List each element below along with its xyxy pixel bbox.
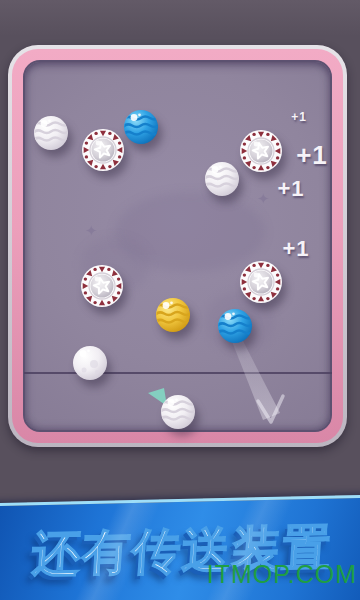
board-frame-pink: ✦ ✦: [12, 49, 343, 443]
game-screen: ✦ ✦: [0, 0, 360, 600]
felt-star-decoration: ✦: [257, 190, 270, 208]
board-playfield[interactable]: ✦ ✦: [23, 60, 332, 432]
felt-splash-decoration: [205, 292, 275, 352]
board-frame-outer: ✦ ✦: [8, 45, 347, 447]
felt-splash-decoration: [80, 237, 150, 292]
watermark-text: ITMOP.COM: [207, 560, 357, 589]
felt-star-decoration: ✦: [85, 222, 98, 240]
floor-line: [24, 372, 332, 374]
